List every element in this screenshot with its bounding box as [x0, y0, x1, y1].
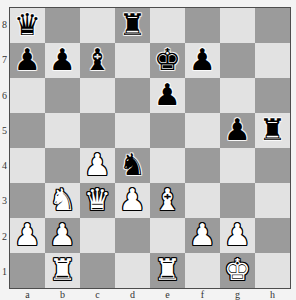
square-b2[interactable]: ♟	[45, 218, 80, 253]
square-b8[interactable]	[45, 8, 80, 43]
square-f5[interactable]	[185, 113, 220, 148]
square-f2[interactable]: ♟	[185, 218, 220, 253]
square-d4[interactable]: ♞	[115, 148, 150, 183]
square-h2[interactable]	[255, 218, 290, 253]
rank-labels: 87654321	[0, 7, 9, 289]
black-pawn[interactable]: ♟	[189, 45, 216, 75]
white-king[interactable]: ♚	[224, 255, 251, 285]
white-bishop[interactable]: ♝	[154, 185, 181, 215]
square-h7[interactable]	[255, 43, 290, 78]
square-d3[interactable]: ♟	[115, 183, 150, 218]
file-labels: abcdefgh	[10, 289, 290, 300]
square-b4[interactable]	[45, 148, 80, 183]
square-e7[interactable]: ♚	[150, 43, 185, 78]
chess-diagram: 87654321 ♛♜♟♟♝♚♟♟♟♜♟♞♞♛♟♝♟♟♟♟♜♜♚ abcdefg…	[0, 0, 296, 300]
white-rook[interactable]: ♜	[49, 255, 76, 285]
square-c1[interactable]	[80, 253, 115, 288]
square-g1[interactable]: ♚	[220, 253, 255, 288]
square-g3[interactable]	[220, 183, 255, 218]
square-a2[interactable]: ♟	[10, 218, 45, 253]
white-pawn[interactable]: ♟	[84, 150, 111, 180]
square-c8[interactable]	[80, 8, 115, 43]
rank-label-2: 2	[0, 219, 9, 254]
square-c5[interactable]	[80, 113, 115, 148]
square-h1[interactable]	[255, 253, 290, 288]
file-label-a: a	[10, 289, 45, 300]
square-d6[interactable]	[115, 78, 150, 113]
black-pawn[interactable]: ♟	[14, 45, 41, 75]
rank-label-5: 5	[0, 113, 9, 148]
square-e3[interactable]: ♝	[150, 183, 185, 218]
black-rook[interactable]: ♜	[119, 10, 146, 40]
square-h4[interactable]	[255, 148, 290, 183]
square-e2[interactable]	[150, 218, 185, 253]
black-knight[interactable]: ♞	[119, 150, 146, 180]
white-knight[interactable]: ♞	[49, 185, 76, 215]
file-label-b: b	[45, 289, 80, 300]
square-c3[interactable]: ♛	[80, 183, 115, 218]
black-queen[interactable]: ♛	[14, 10, 41, 40]
square-g6[interactable]	[220, 78, 255, 113]
rank-label-3: 3	[0, 183, 9, 218]
square-b6[interactable]	[45, 78, 80, 113]
square-h5[interactable]: ♜	[255, 113, 290, 148]
square-c6[interactable]	[80, 78, 115, 113]
black-pawn[interactable]: ♟	[154, 80, 181, 110]
square-e5[interactable]	[150, 113, 185, 148]
square-d1[interactable]	[115, 253, 150, 288]
black-bishop[interactable]: ♝	[84, 45, 111, 75]
square-c2[interactable]	[80, 218, 115, 253]
chess-board: ♛♜♟♟♝♚♟♟♟♜♟♞♞♛♟♝♟♟♟♟♜♜♚	[9, 7, 291, 289]
square-f3[interactable]	[185, 183, 220, 218]
square-a3[interactable]	[10, 183, 45, 218]
square-f1[interactable]	[185, 253, 220, 288]
square-f6[interactable]	[185, 78, 220, 113]
square-e6[interactable]: ♟	[150, 78, 185, 113]
black-pawn[interactable]: ♟	[224, 115, 251, 145]
square-c4[interactable]: ♟	[80, 148, 115, 183]
square-b3[interactable]: ♞	[45, 183, 80, 218]
square-h3[interactable]	[255, 183, 290, 218]
square-d7[interactable]	[115, 43, 150, 78]
square-a8[interactable]: ♛	[10, 8, 45, 43]
white-pawn[interactable]: ♟	[119, 185, 146, 215]
square-d5[interactable]	[115, 113, 150, 148]
square-f4[interactable]	[185, 148, 220, 183]
square-b7[interactable]: ♟	[45, 43, 80, 78]
square-a6[interactable]	[10, 78, 45, 113]
square-e4[interactable]	[150, 148, 185, 183]
square-e8[interactable]	[150, 8, 185, 43]
file-label-h: h	[255, 289, 290, 300]
white-rook[interactable]: ♜	[154, 255, 181, 285]
file-label-g: g	[220, 289, 255, 300]
white-pawn[interactable]: ♟	[14, 220, 41, 250]
square-g8[interactable]	[220, 8, 255, 43]
rank-label-8: 8	[0, 7, 9, 42]
square-g5[interactable]: ♟	[220, 113, 255, 148]
square-a5[interactable]	[10, 113, 45, 148]
square-d8[interactable]: ♜	[115, 8, 150, 43]
square-f7[interactable]: ♟	[185, 43, 220, 78]
square-a1[interactable]	[10, 253, 45, 288]
white-pawn[interactable]: ♟	[224, 220, 251, 250]
rank-label-4: 4	[0, 148, 9, 183]
file-label-c: c	[80, 289, 115, 300]
square-b1[interactable]: ♜	[45, 253, 80, 288]
rank-label-6: 6	[0, 78, 9, 113]
square-h8[interactable]	[255, 8, 290, 43]
square-a7[interactable]: ♟	[10, 43, 45, 78]
black-rook[interactable]: ♜	[259, 115, 286, 145]
square-e1[interactable]: ♜	[150, 253, 185, 288]
rank-label-1: 1	[0, 254, 9, 289]
square-g2[interactable]: ♟	[220, 218, 255, 253]
square-c7[interactable]: ♝	[80, 43, 115, 78]
file-label-f: f	[185, 289, 220, 300]
black-pawn[interactable]: ♟	[49, 45, 76, 75]
white-pawn[interactable]: ♟	[49, 220, 76, 250]
file-label-e: e	[150, 289, 185, 300]
rank-label-7: 7	[0, 42, 9, 77]
file-label-d: d	[115, 289, 150, 300]
white-pawn[interactable]: ♟	[189, 220, 216, 250]
white-queen[interactable]: ♛	[84, 185, 111, 215]
square-f8[interactable]	[185, 8, 220, 43]
square-b5[interactable]	[45, 113, 80, 148]
square-h6[interactable]	[255, 78, 290, 113]
square-d2[interactable]	[115, 218, 150, 253]
square-a4[interactable]	[10, 148, 45, 183]
square-g7[interactable]	[220, 43, 255, 78]
square-g4[interactable]	[220, 148, 255, 183]
black-king[interactable]: ♚	[154, 45, 181, 75]
